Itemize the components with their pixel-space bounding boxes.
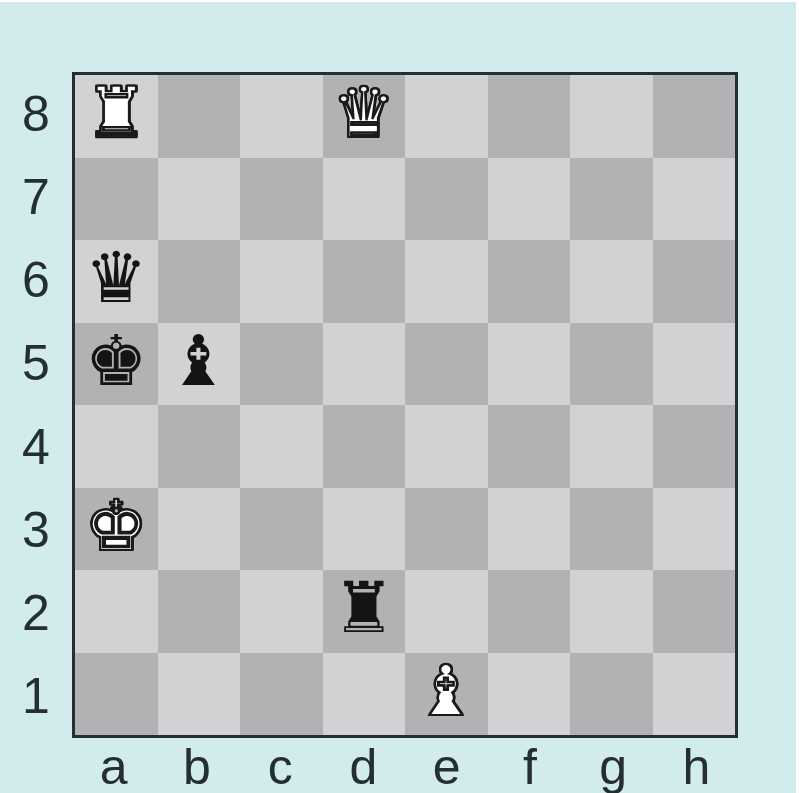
square-b7[interactable] xyxy=(158,158,241,241)
square-e4[interactable] xyxy=(405,405,488,488)
page-top-edge xyxy=(0,0,799,2)
file-label-a: a xyxy=(72,738,155,793)
square-h4[interactable] xyxy=(653,405,736,488)
square-c8[interactable] xyxy=(240,75,323,158)
file-label-d: d xyxy=(322,738,405,793)
square-d7[interactable] xyxy=(323,158,406,241)
square-d8[interactable]: ♛ xyxy=(323,75,406,158)
square-f4[interactable] xyxy=(488,405,571,488)
square-d5[interactable] xyxy=(323,323,406,406)
square-d4[interactable] xyxy=(323,405,406,488)
piece-white-king[interactable]: ♚ xyxy=(85,491,148,561)
square-d3[interactable] xyxy=(323,488,406,571)
square-g8[interactable] xyxy=(570,75,653,158)
file-label-f: f xyxy=(488,738,571,793)
square-c5[interactable] xyxy=(240,323,323,406)
square-f5[interactable] xyxy=(488,323,571,406)
square-d2[interactable]: ♜ xyxy=(323,570,406,653)
square-g1[interactable] xyxy=(570,653,653,736)
square-d1[interactable] xyxy=(323,653,406,736)
rank-label-5: 5 xyxy=(0,322,72,405)
square-h3[interactable] xyxy=(653,488,736,571)
piece-white-rook[interactable]: ♜ xyxy=(85,78,148,148)
square-f7[interactable] xyxy=(488,158,571,241)
square-h5[interactable] xyxy=(653,323,736,406)
square-h2[interactable] xyxy=(653,570,736,653)
file-labels: abcdefgh xyxy=(72,738,738,791)
square-h7[interactable] xyxy=(653,158,736,241)
rank-label-7: 7 xyxy=(0,155,72,238)
piece-white-queen[interactable]: ♛ xyxy=(332,78,395,148)
square-a2[interactable] xyxy=(75,570,158,653)
piece-black-bishop[interactable]: ♝ xyxy=(167,326,230,396)
square-a7[interactable] xyxy=(75,158,158,241)
file-label-e: e xyxy=(405,738,488,793)
square-h6[interactable] xyxy=(653,240,736,323)
square-g3[interactable] xyxy=(570,488,653,571)
square-b5[interactable]: ♝ xyxy=(158,323,241,406)
square-a5[interactable]: ♚ xyxy=(75,323,158,406)
rank-label-8: 8 xyxy=(0,72,72,155)
square-b6[interactable] xyxy=(158,240,241,323)
file-label-h: h xyxy=(655,738,738,793)
square-e2[interactable] xyxy=(405,570,488,653)
square-a4[interactable] xyxy=(75,405,158,488)
square-g2[interactable] xyxy=(570,570,653,653)
chess-board[interactable]: ♜♛♛♚♝♚♜♝ xyxy=(72,72,738,738)
rank-label-6: 6 xyxy=(0,239,72,322)
square-c2[interactable] xyxy=(240,570,323,653)
square-e7[interactable] xyxy=(405,158,488,241)
square-f6[interactable] xyxy=(488,240,571,323)
square-e5[interactable] xyxy=(405,323,488,406)
square-f2[interactable] xyxy=(488,570,571,653)
rank-label-3: 3 xyxy=(0,488,72,571)
piece-black-rook[interactable]: ♜ xyxy=(332,573,395,643)
square-c6[interactable] xyxy=(240,240,323,323)
square-b1[interactable] xyxy=(158,653,241,736)
square-d6[interactable] xyxy=(323,240,406,323)
square-c7[interactable] xyxy=(240,158,323,241)
file-label-b: b xyxy=(155,738,238,793)
square-g4[interactable] xyxy=(570,405,653,488)
square-a8[interactable]: ♜ xyxy=(75,75,158,158)
rank-label-1: 1 xyxy=(0,655,72,738)
square-f8[interactable] xyxy=(488,75,571,158)
file-label-g: g xyxy=(572,738,655,793)
rank-label-2: 2 xyxy=(0,572,72,655)
square-a6[interactable]: ♛ xyxy=(75,240,158,323)
chess-diagram-page: 87654321 ♜♛♛♚♝♚♜♝ abcdefgh xyxy=(0,0,799,793)
square-c4[interactable] xyxy=(240,405,323,488)
square-a1[interactable] xyxy=(75,653,158,736)
square-h8[interactable] xyxy=(653,75,736,158)
square-b4[interactable] xyxy=(158,405,241,488)
rank-label-4: 4 xyxy=(0,405,72,488)
square-h1[interactable] xyxy=(653,653,736,736)
square-b8[interactable] xyxy=(158,75,241,158)
square-f1[interactable] xyxy=(488,653,571,736)
square-g5[interactable] xyxy=(570,323,653,406)
square-b2[interactable] xyxy=(158,570,241,653)
square-f3[interactable] xyxy=(488,488,571,571)
piece-black-queen[interactable]: ♛ xyxy=(85,243,148,313)
square-b3[interactable] xyxy=(158,488,241,571)
piece-white-bishop[interactable]: ♝ xyxy=(415,656,478,726)
square-a3[interactable]: ♚ xyxy=(75,488,158,571)
square-e3[interactable] xyxy=(405,488,488,571)
square-c3[interactable] xyxy=(240,488,323,571)
square-c1[interactable] xyxy=(240,653,323,736)
square-g6[interactable] xyxy=(570,240,653,323)
rank-labels: 87654321 xyxy=(0,72,72,738)
square-e8[interactable] xyxy=(405,75,488,158)
piece-black-king[interactable]: ♚ xyxy=(85,326,148,396)
square-e6[interactable] xyxy=(405,240,488,323)
file-label-c: c xyxy=(239,738,322,793)
square-g7[interactable] xyxy=(570,158,653,241)
square-e1[interactable]: ♝ xyxy=(405,653,488,736)
